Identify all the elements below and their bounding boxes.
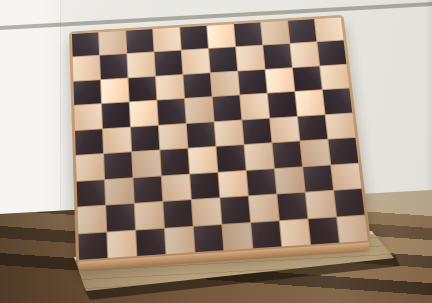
board-square bbox=[236, 46, 264, 71]
photo-scene bbox=[0, 0, 432, 303]
board-square bbox=[104, 152, 132, 178]
board-square bbox=[215, 120, 244, 146]
board-square bbox=[268, 92, 297, 117]
board-square bbox=[251, 221, 281, 249]
board-square bbox=[133, 176, 162, 203]
board-square bbox=[280, 219, 310, 246]
board-square bbox=[288, 19, 316, 43]
board-square bbox=[180, 26, 208, 50]
board-square bbox=[245, 143, 274, 169]
board-square bbox=[270, 117, 299, 143]
board-square bbox=[323, 89, 352, 114]
board-square bbox=[101, 78, 129, 103]
board-square bbox=[73, 80, 101, 105]
board-square bbox=[155, 51, 183, 76]
board-square bbox=[211, 71, 239, 96]
board-square bbox=[153, 27, 181, 51]
board-square bbox=[156, 75, 184, 100]
board-square bbox=[222, 223, 252, 251]
board-square bbox=[192, 198, 221, 225]
board-square bbox=[337, 215, 368, 242]
board-square bbox=[300, 140, 330, 166]
board-square bbox=[77, 180, 105, 207]
board-square bbox=[132, 151, 161, 177]
board-square bbox=[99, 31, 126, 55]
board-square bbox=[234, 22, 262, 46]
board-square bbox=[135, 202, 164, 229]
board-square bbox=[188, 147, 217, 173]
board-square bbox=[78, 232, 107, 260]
board-square bbox=[209, 48, 237, 73]
board-square bbox=[78, 206, 107, 233]
board-square bbox=[293, 66, 322, 91]
board-square bbox=[240, 94, 269, 119]
board-square bbox=[73, 56, 100, 81]
board-square bbox=[328, 138, 358, 164]
board-square bbox=[106, 204, 135, 231]
board-square bbox=[326, 113, 356, 139]
board-square bbox=[275, 167, 305, 194]
board-square bbox=[308, 217, 338, 244]
board-square bbox=[303, 165, 333, 192]
board-square bbox=[103, 127, 131, 153]
checkerboard bbox=[69, 15, 371, 263]
board-square bbox=[320, 65, 349, 90]
board-square bbox=[218, 171, 247, 198]
board-square bbox=[306, 191, 336, 218]
board-square bbox=[194, 225, 224, 253]
board-square bbox=[74, 104, 102, 130]
wall-shading bbox=[425, 0, 432, 200]
board-square bbox=[165, 226, 194, 254]
board-square bbox=[315, 18, 344, 42]
board-square bbox=[163, 200, 192, 227]
board-square bbox=[331, 163, 361, 190]
board-square bbox=[126, 29, 153, 53]
board-square bbox=[290, 43, 319, 68]
board-square bbox=[247, 169, 277, 196]
board-square bbox=[295, 90, 324, 115]
board-square bbox=[76, 154, 104, 180]
board-square bbox=[107, 230, 136, 258]
board-square bbox=[277, 193, 307, 220]
board-square bbox=[102, 103, 130, 129]
board-square bbox=[187, 122, 216, 148]
board-square bbox=[182, 49, 210, 74]
board-square bbox=[334, 189, 364, 216]
board-square bbox=[159, 124, 188, 150]
board-square bbox=[105, 178, 134, 205]
board-square bbox=[131, 126, 159, 152]
board-square bbox=[216, 145, 245, 171]
board-square bbox=[238, 70, 267, 95]
board-square bbox=[220, 196, 250, 223]
board-square bbox=[190, 172, 219, 199]
board-square bbox=[162, 174, 191, 201]
board-square bbox=[129, 77, 157, 102]
board-grid bbox=[69, 15, 371, 263]
board-square bbox=[72, 32, 99, 56]
board-square bbox=[130, 101, 158, 126]
board-square bbox=[185, 97, 213, 122]
board-square bbox=[100, 54, 127, 79]
board-square bbox=[213, 96, 242, 121]
board-square bbox=[317, 41, 346, 66]
wall-panel-seam bbox=[0, 0, 61, 216]
board-square bbox=[298, 115, 327, 141]
board-square bbox=[263, 44, 292, 69]
board-square bbox=[261, 21, 289, 45]
board-square bbox=[207, 24, 235, 48]
board-square bbox=[273, 142, 302, 168]
board-square bbox=[75, 129, 103, 155]
board-square bbox=[157, 99, 185, 124]
board-square bbox=[127, 53, 155, 78]
board-square bbox=[266, 68, 295, 93]
board-square bbox=[160, 149, 189, 175]
board-square bbox=[249, 195, 279, 222]
board-square bbox=[136, 228, 165, 256]
board-square bbox=[242, 118, 271, 144]
board-square bbox=[183, 73, 211, 98]
